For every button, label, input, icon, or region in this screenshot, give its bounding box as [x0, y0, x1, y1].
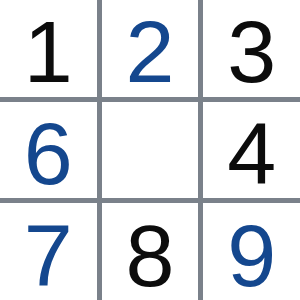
sudoku-cell-r1c3[interactable]: 3	[203, 0, 300, 97]
sudoku-cell-r3c1[interactable]: 7	[0, 203, 97, 300]
sudoku-cell-r3c3[interactable]: 9	[203, 203, 300, 300]
sudoku-cell-r2c3[interactable]: 4	[203, 102, 300, 199]
sudoku-cell-r2c2[interactable]	[102, 102, 199, 199]
sudoku-cell-r1c2[interactable]: 2	[102, 0, 199, 97]
sudoku-cell-r3c2[interactable]: 8	[102, 203, 199, 300]
sudoku-board: 1 2 3 6 4 7 8 9	[0, 0, 300, 300]
sudoku-cell-r2c1[interactable]: 6	[0, 102, 97, 199]
sudoku-cell-r1c1[interactable]: 1	[0, 0, 97, 97]
